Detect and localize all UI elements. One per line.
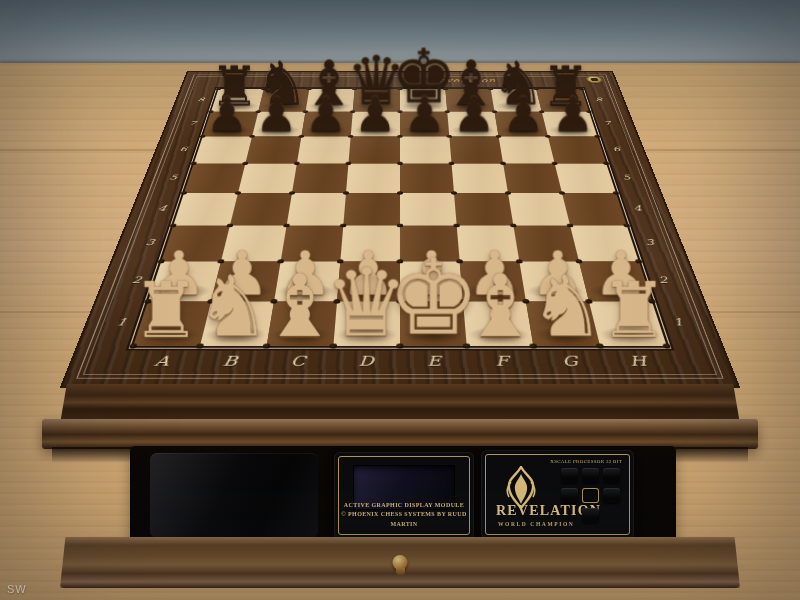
square-e7[interactable]: ♟: [400, 112, 449, 137]
board-plinth: [42, 419, 758, 449]
piece-white-bishop-c1[interactable]: ♝: [261, 265, 339, 347]
piece-black-pawn-g7[interactable]: ♟: [502, 92, 545, 137]
drawer-knob[interactable]: [393, 555, 408, 570]
piece-white-bishop-f1[interactable]: ♝: [461, 265, 539, 347]
square-d1[interactable]: ♛: [333, 301, 400, 346]
keypad: [561, 468, 620, 524]
keypad-mini-display: [582, 488, 599, 503]
piece-black-pawn-b7[interactable]: ♟: [255, 92, 298, 137]
photo-scene: Revelation ♜♞♝♛♚♝♞♜♟♟♟♟♟♟♟♟♟♟♟♟♟♟♟♟♜♞♝♛♚…: [0, 0, 800, 600]
square-d7[interactable]: ♟: [351, 112, 400, 137]
square-f7[interactable]: ♟: [447, 112, 498, 137]
gold-border: ACTIVE GRAPHIC DISPLAY MODULE © PHOENIX …: [338, 456, 470, 535]
piece-tray: [150, 453, 318, 538]
photographer-watermark: SW: [7, 583, 27, 595]
keypad-key[interactable]: [603, 468, 620, 483]
keypad-key[interactable]: [582, 468, 599, 483]
square-b7[interactable]: ♟: [252, 112, 305, 137]
square-f1[interactable]: ♝: [463, 301, 533, 346]
square-c7[interactable]: ♟: [301, 112, 352, 137]
piece-black-pawn-h7[interactable]: ♟: [552, 92, 595, 137]
piece-black-pawn-e7[interactable]: ♟: [403, 92, 446, 137]
piece-white-rook-h1[interactable]: ♜: [600, 275, 669, 348]
piece-black-pawn-d7[interactable]: ♟: [354, 92, 397, 137]
processor-label: XSCALE PROCESSOR 32 BIT: [550, 459, 622, 464]
piece-black-pawn-c7[interactable]: ♟: [305, 92, 348, 137]
board-front-edge: [60, 384, 740, 424]
piece-black-pawn-f7[interactable]: ♟: [453, 92, 496, 137]
display-module-caption: ACTIVE GRAPHIC DISPLAY MODULE: [339, 501, 469, 510]
square-a1[interactable]: ♜: [133, 301, 211, 346]
square-c1[interactable]: ♝: [267, 301, 337, 346]
keypad-key[interactable]: [582, 508, 599, 523]
revelation-plaque: XSCALE PROCESSOR 32 BIT REVELATION WORLD…: [481, 450, 634, 539]
keypad-key[interactable]: [561, 488, 578, 503]
square-g7[interactable]: ♟: [495, 112, 548, 137]
piece-white-knight-b1[interactable]: ♞: [195, 268, 270, 348]
graphic-display-module: ACTIVE GRAPHIC DISPLAY MODULE © PHOENIX …: [334, 452, 474, 539]
piece-black-pawn-a7[interactable]: ♟: [206, 92, 249, 137]
keypad-key[interactable]: [603, 488, 620, 503]
square-h1[interactable]: ♜: [589, 301, 667, 346]
gold-border: XSCALE PROCESSOR 32 BIT REVELATION WORLD…: [485, 454, 630, 535]
drawer-front[interactable]: [60, 537, 740, 588]
piece-white-rook-a1[interactable]: ♜: [132, 275, 201, 348]
display-module-credit: © PHOENIX CHESS SYSTEMS BY RUUD MARTIN: [339, 510, 469, 529]
piece-white-knight-g1[interactable]: ♞: [529, 268, 604, 348]
keypad-key[interactable]: [561, 468, 578, 483]
square-e1[interactable]: ♚: [400, 301, 467, 346]
